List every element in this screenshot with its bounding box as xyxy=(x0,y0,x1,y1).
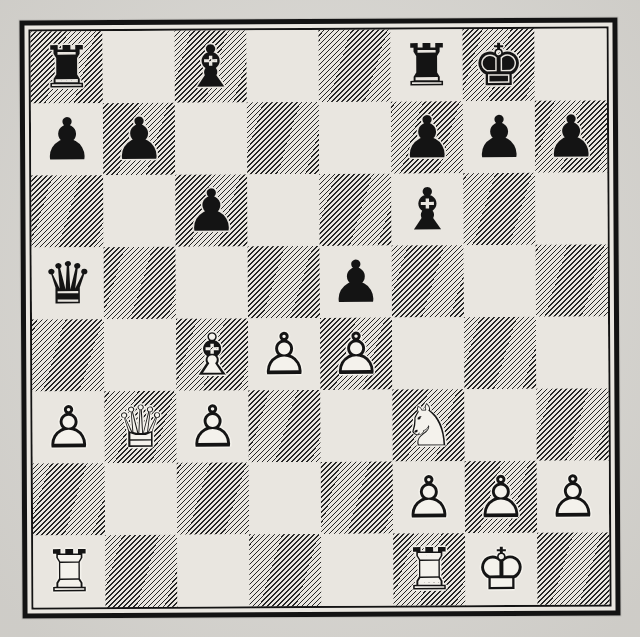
square-a6[interactable] xyxy=(31,175,103,247)
square-c3[interactable]: ♟♙ xyxy=(176,390,248,462)
square-c7[interactable] xyxy=(175,102,247,174)
square-d3[interactable] xyxy=(248,390,320,462)
piece-glyph-outline: ♔ xyxy=(465,533,537,605)
square-f4[interactable] xyxy=(392,317,464,389)
piece-glyph-outline: ♙ xyxy=(248,318,320,390)
piece-glyph-outline: ♙ xyxy=(393,461,465,533)
piece-glyph-outline: ♘ xyxy=(392,389,464,461)
square-b4[interactable] xyxy=(104,319,176,391)
piece-glyph-solid: ♛ xyxy=(32,247,104,319)
piece-glyph-outline: ♙ xyxy=(32,391,104,463)
piece-glyph-solid: ♝ xyxy=(391,173,463,245)
square-e5[interactable]: ♟ xyxy=(320,246,392,318)
square-h5[interactable] xyxy=(536,244,608,316)
square-c6[interactable]: ♟ xyxy=(175,174,247,246)
square-e1[interactable] xyxy=(321,534,393,606)
piece-glyph-outline: ♕ xyxy=(104,391,176,463)
square-h4[interactable] xyxy=(536,316,608,388)
piece-white-rook[interactable]: ♜♖ xyxy=(33,535,105,607)
square-f3[interactable]: ♞♘ xyxy=(392,389,464,461)
piece-black-pawn[interactable]: ♟ xyxy=(175,174,247,246)
square-g8[interactable]: ♚ xyxy=(462,29,534,101)
square-h1[interactable] xyxy=(537,532,609,604)
square-g1[interactable]: ♚♔ xyxy=(465,533,537,605)
square-e6[interactable] xyxy=(319,174,391,246)
square-b6[interactable] xyxy=(103,175,175,247)
square-g6[interactable] xyxy=(463,173,535,245)
piece-glyph-solid: ♟ xyxy=(535,100,607,172)
square-g2[interactable]: ♟♙ xyxy=(465,461,537,533)
square-b8[interactable] xyxy=(102,31,174,103)
square-f8[interactable]: ♜ xyxy=(390,29,462,101)
square-d4[interactable]: ♟♙ xyxy=(248,318,320,390)
piece-glyph-solid: ♚ xyxy=(462,29,534,101)
square-c2[interactable] xyxy=(177,462,249,534)
piece-black-pawn[interactable]: ♟ xyxy=(535,100,607,172)
square-d6[interactable] xyxy=(247,174,319,246)
piece-glyph-outline: ♖ xyxy=(393,533,465,605)
piece-black-rook[interactable]: ♜ xyxy=(30,31,102,103)
square-h8[interactable] xyxy=(534,28,606,100)
piece-white-pawn[interactable]: ♟♙ xyxy=(176,390,248,462)
diagram-page: ♜♝♜♚♟♟♟♟♟♟♝♛♟♝♗♟♙♟♙♟♙♛♕♟♙♞♘♟♙♟♙♟♙♜♖♜♖♚♔ xyxy=(0,0,640,637)
piece-glyph-solid: ♟ xyxy=(175,174,247,246)
square-a7[interactable]: ♟ xyxy=(31,103,103,175)
piece-glyph-solid: ♜ xyxy=(30,31,102,103)
square-b7[interactable]: ♟ xyxy=(103,103,175,175)
piece-white-pawn[interactable]: ♟♙ xyxy=(32,391,104,463)
piece-glyph-solid: ♟ xyxy=(391,101,463,173)
piece-glyph-solid: ♝ xyxy=(174,30,246,102)
square-c5[interactable] xyxy=(176,246,248,318)
square-c1[interactable] xyxy=(177,534,249,606)
square-h6[interactable] xyxy=(535,172,607,244)
piece-glyph-outline: ♙ xyxy=(320,318,392,390)
piece-black-king[interactable]: ♚ xyxy=(462,29,534,101)
square-d1[interactable] xyxy=(249,534,321,606)
piece-glyph-solid: ♜ xyxy=(390,29,462,101)
square-g3[interactable] xyxy=(464,389,536,461)
square-e8[interactable] xyxy=(318,30,390,102)
piece-white-pawn[interactable]: ♟♙ xyxy=(465,461,537,533)
square-d8[interactable] xyxy=(246,30,318,102)
square-d5[interactable] xyxy=(248,246,320,318)
piece-glyph-solid: ♟ xyxy=(31,103,103,175)
piece-glyph-solid: ♟ xyxy=(103,103,175,175)
square-c4[interactable]: ♝♗ xyxy=(176,318,248,390)
piece-white-bishop[interactable]: ♝♗ xyxy=(176,318,248,390)
square-h3[interactable] xyxy=(536,388,608,460)
square-f2[interactable]: ♟♙ xyxy=(393,461,465,533)
square-d7[interactable] xyxy=(247,102,319,174)
square-e4[interactable]: ♟♙ xyxy=(320,318,392,390)
piece-black-bishop[interactable]: ♝ xyxy=(391,173,463,245)
piece-black-pawn[interactable]: ♟ xyxy=(320,246,392,318)
square-b5[interactable] xyxy=(104,247,176,319)
square-d2[interactable] xyxy=(249,462,321,534)
piece-glyph-outline: ♗ xyxy=(176,318,248,390)
piece-glyph-outline: ♙ xyxy=(465,461,537,533)
square-h7[interactable]: ♟ xyxy=(535,100,607,172)
piece-white-king[interactable]: ♚♔ xyxy=(465,533,537,605)
piece-black-bishop[interactable]: ♝ xyxy=(174,30,246,102)
square-a1[interactable]: ♜♖ xyxy=(33,535,105,607)
square-e7[interactable] xyxy=(319,102,391,174)
piece-black-rook[interactable]: ♜ xyxy=(390,29,462,101)
piece-white-queen[interactable]: ♛♕ xyxy=(104,391,176,463)
square-b1[interactable] xyxy=(105,535,177,607)
piece-black-queen[interactable]: ♛ xyxy=(32,247,104,319)
square-a8[interactable]: ♜ xyxy=(30,31,102,103)
piece-white-rook[interactable]: ♜♖ xyxy=(393,533,465,605)
piece-white-pawn[interactable]: ♟♙ xyxy=(320,318,392,390)
square-g7[interactable]: ♟ xyxy=(463,101,535,173)
piece-glyph-solid: ♟ xyxy=(320,246,392,318)
square-a2[interactable] xyxy=(33,463,105,535)
square-e2[interactable] xyxy=(321,462,393,534)
square-f5[interactable] xyxy=(392,245,464,317)
piece-glyph-outline: ♙ xyxy=(537,460,609,532)
square-h2[interactable]: ♟♙ xyxy=(537,460,609,532)
square-c8[interactable]: ♝ xyxy=(174,30,246,102)
piece-white-pawn[interactable]: ♟♙ xyxy=(393,461,465,533)
piece-white-pawn[interactable]: ♟♙ xyxy=(537,460,609,532)
chess-board-frame: ♜♝♜♚♟♟♟♟♟♟♝♛♟♝♗♟♙♟♙♟♙♛♕♟♙♞♘♟♙♟♙♟♙♜♖♜♖♚♔ xyxy=(19,17,620,618)
square-a3[interactable]: ♟♙ xyxy=(32,391,104,463)
square-e3[interactable] xyxy=(320,390,392,462)
piece-glyph-solid: ♟ xyxy=(463,101,535,173)
square-g5[interactable] xyxy=(464,245,536,317)
piece-glyph-outline: ♙ xyxy=(176,390,248,462)
square-f7[interactable]: ♟ xyxy=(391,101,463,173)
square-b2[interactable] xyxy=(105,463,177,535)
piece-white-knight[interactable]: ♞♘ xyxy=(392,389,464,461)
square-a4[interactable] xyxy=(32,319,104,391)
square-b3[interactable]: ♛♕ xyxy=(104,391,176,463)
square-a5[interactable]: ♛ xyxy=(32,247,104,319)
square-f1[interactable]: ♜♖ xyxy=(393,533,465,605)
piece-black-pawn[interactable]: ♟ xyxy=(31,103,103,175)
piece-white-pawn[interactable]: ♟♙ xyxy=(248,318,320,390)
square-f6[interactable]: ♝ xyxy=(391,173,463,245)
piece-black-pawn[interactable]: ♟ xyxy=(391,101,463,173)
piece-black-pawn[interactable]: ♟ xyxy=(463,101,535,173)
chess-board: ♜♝♜♚♟♟♟♟♟♟♝♛♟♝♗♟♙♟♙♟♙♛♕♟♙♞♘♟♙♟♙♟♙♜♖♜♖♚♔ xyxy=(28,26,611,609)
piece-glyph-outline: ♖ xyxy=(33,535,105,607)
piece-black-pawn[interactable]: ♟ xyxy=(103,103,175,175)
square-g4[interactable] xyxy=(464,317,536,389)
